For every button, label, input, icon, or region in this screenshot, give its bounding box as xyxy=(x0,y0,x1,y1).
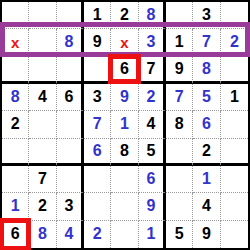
cell-r1c4[interactable]: 1 xyxy=(84,2,111,29)
given-digit: 9 xyxy=(175,61,184,77)
cell-r4c3[interactable]: 6 xyxy=(57,84,84,111)
given-digit: 6 xyxy=(64,89,73,105)
cell-r4c7[interactable]: 7 xyxy=(166,84,193,111)
given-digit: 1 xyxy=(175,34,184,50)
given-digit: 5 xyxy=(175,226,184,242)
cell-r8c9[interactable] xyxy=(221,193,248,220)
cell-r9c4[interactable]: 2 xyxy=(84,221,111,248)
cell-r6c5[interactable]: 8 xyxy=(111,139,138,166)
given-digit: 1 xyxy=(230,89,239,105)
cell-r2c2[interactable] xyxy=(29,29,56,56)
given-digit: 6 xyxy=(120,61,129,77)
cell-r7c7[interactable] xyxy=(166,166,193,193)
solved-digit: 7 xyxy=(93,116,102,132)
cell-r6c9[interactable] xyxy=(221,139,248,166)
cell-r4c2[interactable]: 4 xyxy=(29,84,56,111)
given-digit: 5 xyxy=(146,143,155,159)
solved-digit: 7 xyxy=(175,89,184,105)
cell-r8c5[interactable] xyxy=(111,193,138,220)
solved-digit: 8 xyxy=(38,226,47,242)
cell-r8c2[interactable]: 2 xyxy=(29,193,56,220)
cell-r6c1[interactable] xyxy=(2,139,29,166)
solved-digit: 2 xyxy=(146,89,155,105)
solved-digit: 6 xyxy=(146,171,155,187)
given-digit: 3 xyxy=(93,89,102,105)
cell-r4c9[interactable]: 1 xyxy=(221,84,248,111)
cell-r9c5[interactable] xyxy=(111,221,138,248)
solved-digit: 8 xyxy=(64,34,73,50)
cell-r3c6[interactable]: 7 xyxy=(139,57,166,84)
solved-digit: 6 xyxy=(202,116,211,132)
cell-r4c6[interactable]: 2 xyxy=(139,84,166,111)
cell-r3c5[interactable]: 6 xyxy=(111,57,138,84)
cell-r6c6[interactable]: 5 xyxy=(139,139,166,166)
cell-r3c2[interactable] xyxy=(29,57,56,84)
solved-digit: 1 xyxy=(120,116,129,132)
given-digit: 8 xyxy=(175,116,184,132)
solved-digit: 9 xyxy=(120,89,129,105)
solved-digit: 1 xyxy=(202,171,211,187)
given-digit: 3 xyxy=(64,198,73,214)
given-digit: 2 xyxy=(202,143,211,159)
cell-r2c6[interactable]: 3 xyxy=(139,29,166,56)
cell-r7c9[interactable] xyxy=(221,166,248,193)
cell-r6c3[interactable] xyxy=(57,139,84,166)
given-digit: 8 xyxy=(120,143,129,159)
cell-r5c1[interactable]: 2 xyxy=(2,111,29,138)
cell-r9c2[interactable]: 8 xyxy=(29,221,56,248)
cell-r8c1[interactable]: 1 xyxy=(2,193,29,220)
cell-r4c1[interactable]: 8 xyxy=(2,84,29,111)
solved-digit: 2 xyxy=(230,34,239,50)
solved-digit: 3 xyxy=(146,34,155,50)
cell-r9c6[interactable]: 1 xyxy=(139,221,166,248)
cell-r5c5[interactable]: 1 xyxy=(111,111,138,138)
given-digit: 9 xyxy=(93,34,102,50)
cell-r5c8[interactable]: 6 xyxy=(193,111,220,138)
given-digit: 2 xyxy=(120,7,129,23)
cell-r1c7[interactable] xyxy=(166,2,193,29)
cell-r1c2[interactable] xyxy=(29,2,56,29)
cell-r2c5[interactable]: x xyxy=(111,29,138,56)
given-digit: 2 xyxy=(38,198,47,214)
cell-r1c6[interactable]: 8 xyxy=(139,2,166,29)
cell-r7c5[interactable] xyxy=(111,166,138,193)
cell-r2c9[interactable]: 2 xyxy=(221,29,248,56)
solved-digit: 2 xyxy=(93,226,102,242)
cell-r7c6[interactable]: 6 xyxy=(139,166,166,193)
cell-r7c3[interactable] xyxy=(57,166,84,193)
cell-r2c3[interactable]: 8 xyxy=(57,29,84,56)
cell-r9c3[interactable]: 4 xyxy=(57,221,84,248)
cell-r3c3[interactable] xyxy=(57,57,84,84)
cell-r5c4[interactable]: 7 xyxy=(84,111,111,138)
cell-r8c8[interactable]: 4 xyxy=(193,193,220,220)
cell-r5c3[interactable] xyxy=(57,111,84,138)
cell-r4c4[interactable]: 3 xyxy=(84,84,111,111)
cell-r4c8[interactable]: 5 xyxy=(193,84,220,111)
cell-r9c7[interactable]: 5 xyxy=(166,221,193,248)
cell-r3c7[interactable]: 9 xyxy=(166,57,193,84)
cell-r3c8[interactable]: 8 xyxy=(193,57,220,84)
given-digit: 1 xyxy=(93,7,102,23)
cell-r1c9[interactable] xyxy=(221,2,248,29)
cell-r6c4[interactable]: 6 xyxy=(84,139,111,166)
given-digit: 9 xyxy=(202,226,211,242)
cell-r3c4[interactable] xyxy=(84,57,111,84)
given-digit: 7 xyxy=(146,61,155,77)
sudoku-board: 1283x89x31726798846392751271486685276112… xyxy=(0,0,250,250)
cell-r2c1[interactable]: x xyxy=(2,29,29,56)
cell-r1c5[interactable]: 2 xyxy=(111,2,138,29)
cell-r8c6[interactable]: 9 xyxy=(139,193,166,220)
solved-digit: 1 xyxy=(146,226,155,242)
cell-r3c9[interactable] xyxy=(221,57,248,84)
cell-r7c2[interactable]: 7 xyxy=(29,166,56,193)
cell-r5c9[interactable] xyxy=(221,111,248,138)
solved-digit: 1 xyxy=(11,198,20,214)
solved-digit: 4 xyxy=(64,226,73,242)
given-digit: 3 xyxy=(202,7,211,23)
solved-digit: 8 xyxy=(202,61,211,77)
solved-digit: 5 xyxy=(202,89,211,105)
x-mark: x xyxy=(120,35,128,50)
cell-r9c1[interactable]: 6 xyxy=(2,221,29,248)
cell-r2c7[interactable]: 1 xyxy=(166,29,193,56)
solved-digit: 9 xyxy=(146,198,155,214)
cell-r2c4[interactable]: 9 xyxy=(84,29,111,56)
cell-r5c6[interactable]: 4 xyxy=(139,111,166,138)
cell-r1c8[interactable]: 3 xyxy=(193,2,220,29)
cell-r6c7[interactable] xyxy=(166,139,193,166)
given-digit: 4 xyxy=(38,89,47,105)
given-digit: 4 xyxy=(146,116,155,132)
solved-digit: 6 xyxy=(93,143,102,159)
cell-r7c4[interactable] xyxy=(84,166,111,193)
solved-digit: 8 xyxy=(146,7,155,23)
sudoku-app: 1283x89x31726798846392751271486685276112… xyxy=(0,0,250,250)
cell-r6c2[interactable] xyxy=(29,139,56,166)
cell-r8c7[interactable] xyxy=(166,193,193,220)
given-digit: 7 xyxy=(38,171,47,187)
given-digit: 2 xyxy=(11,116,20,132)
cell-r7c8[interactable]: 1 xyxy=(193,166,220,193)
cell-r9c9[interactable] xyxy=(221,221,248,248)
cell-r8c4[interactable] xyxy=(84,193,111,220)
cell-r1c3[interactable] xyxy=(57,2,84,29)
cell-r6c8[interactable]: 2 xyxy=(193,139,220,166)
cell-r5c7[interactable]: 8 xyxy=(166,111,193,138)
cell-r9c8[interactable]: 9 xyxy=(193,221,220,248)
cell-r5c2[interactable] xyxy=(29,111,56,138)
solved-digit: 7 xyxy=(202,34,211,50)
cell-r7c1[interactable] xyxy=(2,166,29,193)
cell-r2c8[interactable]: 7 xyxy=(193,29,220,56)
cell-r3c1[interactable] xyxy=(2,57,29,84)
cell-r8c3[interactable]: 3 xyxy=(57,193,84,220)
x-mark: x xyxy=(11,35,19,50)
solved-digit: 8 xyxy=(11,89,20,105)
cell-r4c5[interactable]: 9 xyxy=(111,84,138,111)
given-digit: 6 xyxy=(11,226,20,242)
given-digit: 4 xyxy=(202,198,211,214)
cell-r1c1[interactable] xyxy=(2,2,29,29)
